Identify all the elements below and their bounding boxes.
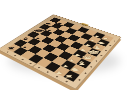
chess-board: ♜♟♟♜♞♟♟♞♝♟♟♝♚♟♟♚♛♟♟♛♝♟♟♝♞♟♟♞♜♟♟♜ xyxy=(0,14,121,89)
scene: ♜♟♟♜♞♟♟♞♝♟♟♝♚♟♟♚♛♟♟♛♝♟♟♝♞♟♟♞♜♟♟♜ xyxy=(0,0,128,90)
coordinate-dot xyxy=(84,72,86,74)
piece-black-pawn: ♟ xyxy=(12,51,23,54)
coordinate-dot xyxy=(38,66,40,68)
piece-black-rook: ♜ xyxy=(5,47,16,50)
product-photo: ♜♟♟♜♞♟♟♞♝♟♟♝♚♟♟♚♛♟♟♛♝♟♟♝♞♟♟♞♜♟♟♜ xyxy=(0,0,128,90)
squares-grid: ♜♟♟♜♞♟♟♞♝♟♟♝♚♟♟♚♛♟♟♛♝♟♟♝♞♟♟♞♜♟♟♜ xyxy=(6,17,113,81)
coordinate-dot xyxy=(7,51,9,52)
piece-white-rook: ♜ xyxy=(63,74,75,78)
coordinate-dot xyxy=(65,80,68,82)
coordinate-dot xyxy=(113,40,115,41)
coordinate-dot xyxy=(29,62,31,64)
coordinate-dot xyxy=(46,71,48,73)
coordinate-dot xyxy=(14,55,16,56)
coordinate-dot xyxy=(78,79,81,81)
coordinate-dot xyxy=(95,60,97,61)
coordinate-dot xyxy=(56,75,59,77)
coordinate-dot xyxy=(90,66,92,68)
coordinate-dot xyxy=(21,58,23,59)
coordinate-dot xyxy=(105,49,107,50)
coordinate-dot xyxy=(109,45,111,46)
